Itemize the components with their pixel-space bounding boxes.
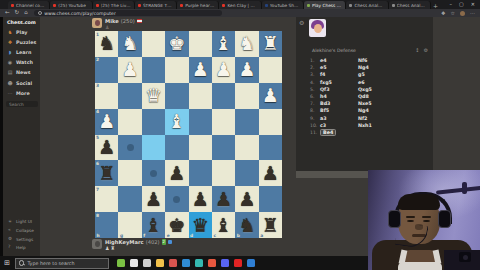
legal-move-dot <box>173 196 180 203</box>
captured-piece-icon: ♟ <box>105 25 109 30</box>
people-icon: ☻ <box>7 81 13 86</box>
white-move[interactable]: Qf3 <box>320 87 350 92</box>
sidebar-footer-light-ui[interactable]: ☀Light UI <box>3 218 40 227</box>
bot-avatar-face <box>314 24 322 33</box>
panel-tools: ↕ ⚙ <box>415 48 428 53</box>
square-c8[interactable]: c♝ <box>212 212 235 238</box>
square-b2[interactable]: ♟ <box>235 57 258 83</box>
black-knight-piece: ♞ <box>235 212 258 238</box>
square-a7[interactable] <box>259 186 282 212</box>
flip-board-icon[interactable]: ↕ <box>415 48 419 53</box>
browser-tab[interactable]: Channel content <box>8 1 50 9</box>
move-row[interactable]: 4.fxg5e6 <box>310 79 420 86</box>
square-g6[interactable] <box>118 160 141 186</box>
move-row[interactable]: 9.a3Nf2 <box>310 115 420 122</box>
refresh-icon[interactable]: ↻ <box>15 10 20 16</box>
youtube-icon <box>222 4 225 7</box>
square-a4[interactable] <box>259 109 282 135</box>
close-button[interactable]: ✕ <box>471 2 475 7</box>
square-c5[interactable] <box>212 135 235 161</box>
move-row[interactable]: 2.e5Ng4 <box>310 64 420 71</box>
opponent-rating: (250) <box>121 18 135 24</box>
sidebar-footer-settings[interactable]: ⚙Settings <box>3 235 40 244</box>
square-h7[interactable]: 7 <box>95 186 118 212</box>
search-input[interactable] <box>6 101 38 107</box>
square-e7[interactable] <box>165 186 188 212</box>
collapse-icon: « <box>8 228 13 233</box>
square-f7[interactable]: ♟ <box>142 186 165 212</box>
learn-cap-icon: ◗ <box>7 50 13 55</box>
square-a6[interactable]: ♟ <box>259 160 282 186</box>
square-g7[interactable] <box>118 186 141 212</box>
square-e6[interactable]: ♟ <box>165 160 188 186</box>
sidebar-footer-help[interactable]: ?Help <box>3 243 40 252</box>
square-b5[interactable] <box>235 135 258 161</box>
file-label: h <box>97 233 100 238</box>
browser-tab-strip: Channel content(25) YouTube(25) The Live… <box>8 0 438 9</box>
square-b8[interactable]: b♞ <box>235 212 258 238</box>
newspaper-icon: ▤ <box>7 70 13 75</box>
white-knight-piece: ♞ <box>118 31 141 57</box>
move-panel: ⚙ ↕ ⚙ Alekhine's Defense 1.e4Nf62.e5Ng43… <box>296 17 433 178</box>
address-bar[interactable]: www.chess.com/play/computer <box>34 10 222 16</box>
toolbar-right: ❖ ☆ ⋯ <box>441 11 480 16</box>
square-g4[interactable] <box>118 109 141 135</box>
move-row[interactable]: 11.Be4 <box>310 129 420 136</box>
square-c2[interactable]: ♟ <box>212 57 235 83</box>
legal-move-dot <box>127 144 134 151</box>
white-pawn-piece: ♟ <box>118 57 141 83</box>
captured-piece-icon: ♜ <box>110 246 114 251</box>
desk-camera <box>459 252 471 262</box>
square-d3[interactable] <box>189 83 212 109</box>
start-button-icon[interactable]: ⊞ <box>4 260 10 267</box>
store-icon[interactable] <box>195 259 203 267</box>
black-pawn-piece: ♟ <box>95 135 118 161</box>
white-knight-piece: ♞ <box>235 31 258 57</box>
square-c7[interactable]: ♟ <box>212 186 235 212</box>
black-rook-piece: ♜ <box>95 160 118 186</box>
black-pawn-piece: ♟ <box>142 186 165 212</box>
browser-tab[interactable]: STRANGE THIN... <box>135 1 177 9</box>
white-pawn-piece: ♟ <box>235 57 258 83</box>
chess-board: 1♞♞♚♝♞♜2♟♟♟♟3♛♟4♟♝5♟6♜♟♟7♟♟♟♟8hgf♝e♚d♛c♝… <box>95 31 282 238</box>
browser-chrome: Channel content(25) YouTube(25) The Live… <box>0 0 480 17</box>
square-a8[interactable]: a♜ <box>259 212 282 238</box>
address-url: www.chess.com/play/computer <box>44 11 116 16</box>
square-d8[interactable]: d♛ <box>189 212 212 238</box>
youtube-icon <box>265 4 268 7</box>
captured-pieces-bottom: ♟♜ <box>105 246 172 251</box>
square-f5[interactable] <box>142 135 165 161</box>
black-move[interactable]: e6 <box>358 80 388 85</box>
player-avatar[interactable] <box>92 239 102 249</box>
move-row[interactable]: 8.Bf5Ng4 <box>310 107 420 114</box>
square-f3[interactable]: ♛ <box>142 83 165 109</box>
square-g3[interactable] <box>118 83 141 109</box>
white-move[interactable]: e5 <box>320 65 350 70</box>
extensions-icon[interactable]: ❖ <box>441 11 445 16</box>
square-g5[interactable] <box>118 135 141 161</box>
notification-badge: 2 <box>162 239 167 244</box>
opponent-avatar[interactable] <box>92 18 102 28</box>
square-d5[interactable] <box>189 135 212 161</box>
player-bar: HighKeyMarc (402) 2 ♟♜ <box>92 239 287 252</box>
square-h3[interactable]: 3 <box>95 83 118 109</box>
captured-piece-icon: ♟ <box>105 246 109 251</box>
home-icon[interactable]: ⌂ <box>24 10 28 16</box>
sun-icon: ☀ <box>8 220 13 225</box>
square-d6[interactable] <box>189 160 212 186</box>
ellipsis-icon: ⋯ <box>7 91 13 96</box>
rank-label: 8 <box>96 213 99 218</box>
webcam-overlay <box>368 170 480 270</box>
square-f4[interactable] <box>142 109 165 135</box>
chesscom-icon <box>307 4 310 7</box>
taskbar-search-placeholder: Type here to search <box>27 261 74 266</box>
white-rook-piece: ♜ <box>259 31 282 57</box>
square-a3[interactable]: ♟ <box>259 83 282 109</box>
sidebar-nav: ♞Play❖Puzzles◗Learn◉Watch▤News☻Social⋯Mo… <box>3 27 40 98</box>
flag-icon <box>137 19 142 23</box>
help-icon: ? <box>8 245 13 250</box>
screen: Channel content(25) YouTube(25) The Live… <box>0 0 480 270</box>
opening-name: Alekhine's Defense <box>312 48 356 53</box>
black-pawn-piece: ♟ <box>212 186 235 212</box>
square-g2[interactable]: ♟ <box>118 57 141 83</box>
puzzle-icon: ❖ <box>7 40 13 45</box>
square-d1[interactable] <box>189 31 212 57</box>
move-row[interactable]: 7.Bd3Nxe5 <box>310 100 420 107</box>
black-pawn-piece: ♟ <box>165 160 188 186</box>
sidebar-item-learn[interactable]: ◗Learn <box>3 47 40 57</box>
square-e2[interactable] <box>165 57 188 83</box>
square-c4[interactable] <box>212 109 235 135</box>
bot-avatar[interactable] <box>309 19 326 37</box>
gear-icon: ⚙ <box>8 237 13 242</box>
square-f8[interactable]: f♝ <box>142 212 165 238</box>
browser-tab[interactable]: Purple hearts (S... <box>177 1 219 9</box>
tank-top <box>398 262 442 270</box>
black-bishop-piece: ♝ <box>212 212 235 238</box>
youtube-icon <box>180 4 183 7</box>
white-move[interactable]: a3 <box>320 116 350 121</box>
white-move[interactable]: f4 <box>320 72 350 77</box>
black-queen-piece: ♛ <box>189 212 212 238</box>
back-icon[interactable]: ← <box>5 10 10 16</box>
browser-tab[interactable]: YouTube Shorts! <box>262 1 304 9</box>
square-a1[interactable]: ♜ <box>259 31 282 57</box>
white-move[interactable]: e4 <box>320 58 350 63</box>
white-pawn-piece: ♟ <box>259 83 282 109</box>
youtube-icon[interactable] <box>234 259 242 267</box>
black-knight-piece: ♞ <box>95 31 118 57</box>
square-b6[interactable] <box>235 160 258 186</box>
settings-icon[interactable]: ⚙ <box>424 48 428 53</box>
white-move[interactable]: Bf5 <box>320 108 350 113</box>
black-move[interactable]: Nf2 <box>358 116 388 121</box>
square-h4[interactable]: 4♟ <box>95 109 118 135</box>
sidebar-item-puzzles[interactable]: ❖Puzzles <box>3 37 40 47</box>
move-row[interactable]: 5.Qf3Qxg5 <box>310 86 420 93</box>
white-move[interactable]: Bd3 <box>320 101 350 106</box>
square-h2[interactable]: 2 <box>95 57 118 83</box>
sidebar-item-watch[interactable]: ◉Watch <box>3 58 40 68</box>
move-row[interactable]: 3.f4g5 <box>310 71 420 78</box>
black-king-piece: ♚ <box>165 212 188 238</box>
search-icon <box>19 260 25 266</box>
white-pawn-piece: ♟ <box>189 57 212 83</box>
file-explorer-icon[interactable] <box>156 259 164 267</box>
black-move[interactable]: g5 <box>358 72 388 77</box>
square-c1[interactable]: ♝ <box>212 31 235 57</box>
chrome-icon[interactable] <box>208 259 216 267</box>
square-d2[interactable]: ♟ <box>189 57 212 83</box>
square-h5[interactable]: 5♟ <box>95 135 118 161</box>
black-move[interactable]: Qd8 <box>358 94 388 99</box>
black-move[interactable]: Nxe5 <box>358 101 388 106</box>
square-b1[interactable]: ♞ <box>235 31 258 57</box>
white-pawn-piece: ♟ <box>212 57 235 83</box>
square-b4[interactable] <box>235 109 258 135</box>
browser-tab[interactable]: (25) The Live a... <box>93 1 135 9</box>
knight-icon: ♞ <box>7 30 13 35</box>
move-row[interactable]: 10.c3Nxh1 <box>310 122 420 129</box>
square-f1[interactable] <box>142 31 165 57</box>
rank-label: 7 <box>96 187 99 192</box>
square-g1[interactable]: ♞ <box>118 31 141 57</box>
square-b7[interactable]: ♟ <box>235 186 258 212</box>
square-a2[interactable] <box>259 57 282 83</box>
black-move[interactable]: Qxg5 <box>358 87 388 92</box>
file-label: g <box>120 233 123 238</box>
white-move[interactable]: h4 <box>320 94 350 99</box>
cortana-icon[interactable] <box>130 259 138 267</box>
code-icon[interactable] <box>247 259 255 267</box>
black-pawn-piece: ♟ <box>235 186 258 212</box>
square-e3[interactable] <box>165 83 188 109</box>
sidebar-item-social[interactable]: ☻Social <box>3 78 40 88</box>
minimize-button[interactable]: – <box>450 2 453 7</box>
logo-text: Chess.com <box>7 20 36 25</box>
square-b3[interactable] <box>235 83 258 109</box>
chesscom-logo[interactable]: Chess.com <box>3 17 40 27</box>
maximize-button[interactable]: ▢ <box>459 2 464 7</box>
edge-icon[interactable] <box>182 259 190 267</box>
black-move[interactable]: Nxh1 <box>358 123 388 128</box>
white-bishop-piece: ♝ <box>212 31 235 57</box>
move-list: 1.e4Nf62.e5Ng43.f4g54.fxg5e65.Qf3Qxg56.h… <box>310 57 420 136</box>
more-menu-icon[interactable]: ⋯ <box>470 11 475 16</box>
gear-icon[interactable]: ⚙ <box>299 20 304 26</box>
taskbar-icons <box>117 259 255 267</box>
square-e4[interactable]: ♝ <box>165 109 188 135</box>
square-e5[interactable] <box>165 135 188 161</box>
youtube-icon <box>96 4 99 7</box>
youtube-icon <box>138 4 141 7</box>
sidebar-item-play[interactable]: ♞Play <box>3 27 40 37</box>
chat-icon[interactable] <box>168 240 172 244</box>
move-row[interactable]: 1.e4Nf6 <box>310 57 420 64</box>
profile-avatar[interactable] <box>460 11 465 16</box>
sidebar: Chess.com ♞Play❖Puzzles◗Learn◉Watch▤News… <box>3 17 40 256</box>
square-e1[interactable]: ♚ <box>165 31 188 57</box>
sidebar-footer-collapse[interactable]: «Collapse <box>3 226 40 235</box>
white-move[interactable]: fxg5 <box>320 80 350 85</box>
square-g8[interactable]: g <box>118 212 141 238</box>
lock-icon <box>38 11 43 16</box>
rank-label: 3 <box>96 83 99 88</box>
white-bishop-piece: ♝ <box>165 109 188 135</box>
white-move[interactable]: Be4 <box>320 129 350 136</box>
window-controls: –▢✕ <box>450 0 478 9</box>
square-h6[interactable]: 6♜ <box>95 160 118 186</box>
white-move[interactable]: c3 <box>320 123 350 128</box>
youtube-icon <box>11 4 14 7</box>
black-move[interactable]: Ng4 <box>358 108 388 113</box>
square-f2[interactable] <box>142 57 165 83</box>
black-move[interactable]: Ng4 <box>358 65 388 70</box>
taskbar-search[interactable]: Type here to search <box>15 258 109 269</box>
opponent-bar: Mike (250) ♟ <box>92 18 287 31</box>
photos-icon[interactable] <box>169 259 177 267</box>
sidebar-footer: ☀Light UI«Collapse⚙Settings?Help <box>3 218 40 252</box>
black-pawn-piece: ♟ <box>259 160 282 186</box>
sidebar-item-news[interactable]: ▤News <box>3 68 40 78</box>
browser-tab[interactable]: Ken Clay | Offici... <box>219 1 261 9</box>
browser-toolbar: ← ↻ ⌂ www.chess.com/play/computer ❖ ☆ ⋯ <box>0 9 480 17</box>
browser-tab[interactable]: (25) YouTube <box>50 1 92 9</box>
square-d4[interactable] <box>189 109 212 135</box>
white-king-piece: ♚ <box>165 31 188 57</box>
square-a5[interactable] <box>259 135 282 161</box>
task-view-icon[interactable] <box>143 259 151 267</box>
discord-icon[interactable] <box>221 259 229 267</box>
legal-move-dot <box>150 170 157 177</box>
square-c6[interactable] <box>212 160 235 186</box>
new-tab-button[interactable]: + <box>433 2 438 9</box>
black-move[interactable]: Nf6 <box>358 58 388 63</box>
square-h1[interactable]: 1♞ <box>95 31 118 57</box>
square-h8[interactable]: 8h <box>95 212 118 238</box>
move-row[interactable]: 6.h4Qd8 <box>310 93 420 100</box>
app-icon[interactable] <box>117 259 125 267</box>
black-bishop-piece: ♝ <box>142 212 165 238</box>
player-rating: (402) <box>146 239 160 245</box>
browser-tab[interactable]: Chess Analysis B... <box>346 1 388 9</box>
browser-tab[interactable]: Play Chess Onlin... <box>304 1 346 9</box>
black-rook-piece: ♜ <box>259 212 282 238</box>
sidebar-item-more[interactable]: ⋯More <box>3 88 40 98</box>
rank-label: 2 <box>96 57 99 62</box>
square-e8[interactable]: e♚ <box>165 212 188 238</box>
square-d7[interactable]: ♟ <box>189 186 212 212</box>
white-queen-piece: ♛ <box>142 83 165 109</box>
favorite-star-icon[interactable]: ☆ <box>451 11 455 16</box>
binoculars-icon: ◉ <box>7 60 13 65</box>
square-c3[interactable] <box>212 83 235 109</box>
page-icon <box>349 4 352 7</box>
headphone-earcup-icon <box>438 210 451 228</box>
captured-pieces-top: ♟ <box>105 25 142 30</box>
browser-tab[interactable]: Chess Analysis B... <box>389 1 431 9</box>
square-f6[interactable] <box>142 160 165 186</box>
black-pawn-piece: ♟ <box>189 186 212 212</box>
page-icon <box>392 4 395 7</box>
white-pawn-piece: ♟ <box>95 109 118 135</box>
youtube-icon <box>53 4 56 7</box>
